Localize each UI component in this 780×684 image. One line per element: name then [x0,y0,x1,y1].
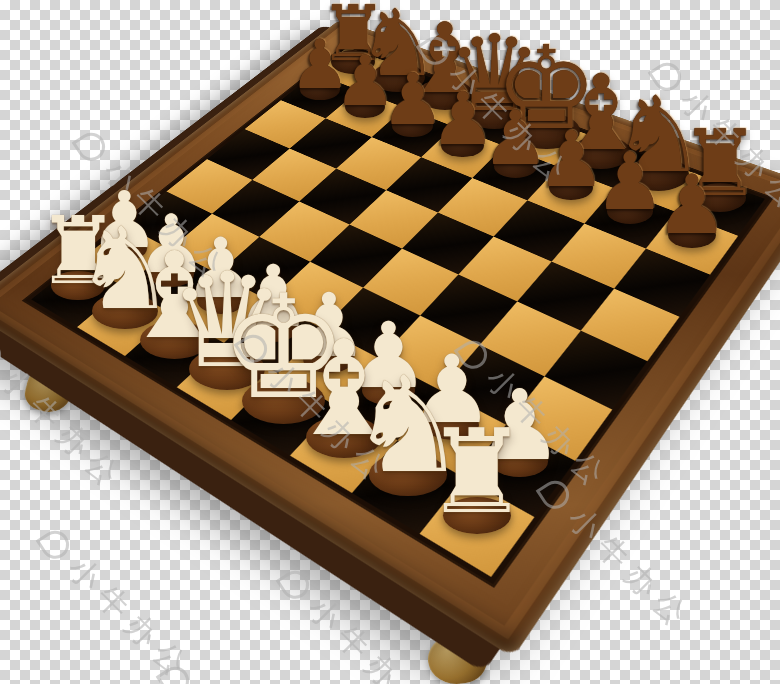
stock-photo-canvas: ♜♞♝♛♚♝♞♜♟♟♟♟♟♟♟♟♟♟♟♟♟♟♟♟♜♞♝♛♚♝♞♜ 小牛办公小牛办… [0,0,780,684]
